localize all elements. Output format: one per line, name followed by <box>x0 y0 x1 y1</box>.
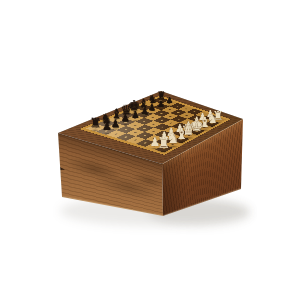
black-rook-a8[interactable]: ♜ <box>90 117 102 130</box>
lid-seam-notch <box>60 167 65 171</box>
black-pawn-e7[interactable]: ♟ <box>140 106 148 115</box>
black-pawn-h7[interactable]: ♟ <box>166 96 174 104</box>
product-photo-stage: ♜♞♝♛♚♝♞♜♟♟♟♟♟♟♟♟♟♟♟♟♟♟♟♟♜♞♝♛♚♝♞♜ <box>0 0 300 300</box>
black-pawn-f7[interactable]: ♟ <box>148 103 156 112</box>
black-pawn-a7[interactable]: ♟ <box>102 122 112 133</box>
white-rook-a1[interactable]: ♜ <box>157 136 170 151</box>
black-pawn-g7[interactable]: ♟ <box>157 99 165 108</box>
black-pawn-d7[interactable]: ♟ <box>131 110 140 120</box>
black-pawn-c7[interactable]: ♟ <box>121 114 130 124</box>
black-pawn-b7[interactable]: ♟ <box>111 118 120 128</box>
